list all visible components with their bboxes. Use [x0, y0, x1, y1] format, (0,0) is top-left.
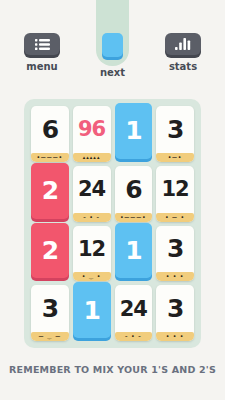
tile-r1c3-value-1[interactable]: 1: [115, 103, 153, 159]
tile-face-strip: •———•: [31, 153, 69, 162]
tile-face-strip: ▴▴▴▴▴: [73, 153, 111, 162]
tile-grid: 6•———•96▴▴▴▴▴13•—•224– • –6•———•12• — •2…: [31, 106, 194, 341]
tile-r3c3-value-1[interactable]: 1: [115, 223, 153, 279]
tile-r3c4-value-3[interactable]: 3• • •: [156, 226, 194, 282]
tile-r4c1-value-3[interactable]: 3— ‿ —: [31, 285, 69, 341]
tile-number: 1: [73, 282, 111, 338]
tile-number: 24: [115, 285, 153, 332]
tile-face-strip: • • •: [156, 332, 194, 341]
tile-face-strip: — ‿ —: [31, 332, 69, 341]
tile-face-strip: •—•: [156, 153, 194, 162]
stats-button[interactable]: [165, 33, 201, 55]
stats-button-label: stats: [165, 61, 201, 72]
tile-number: 2: [31, 223, 69, 279]
tile-r3c1-value-2[interactable]: 2: [31, 223, 69, 279]
tile-number: 24: [73, 166, 111, 213]
tile-number: 1: [115, 223, 153, 279]
tile-number: 96: [73, 106, 111, 153]
tile-r2c2-value-24[interactable]: 24– • –: [73, 166, 111, 222]
next-card-column: [96, 0, 129, 66]
menu-button-label: menu: [24, 61, 60, 72]
tile-face-strip: – • –: [115, 332, 153, 341]
next-card-tile: [102, 33, 123, 57]
tile-face-strip: • ‿ •: [73, 272, 111, 281]
bar-chart-icon: [175, 38, 192, 50]
game-board[interactable]: 6•———•96▴▴▴▴▴13•—•224– • –6•———•12• — •2…: [24, 99, 201, 348]
tile-number: 3: [156, 106, 194, 153]
menu-button[interactable]: [24, 33, 60, 55]
tile-r4c3-value-24[interactable]: 24– • –: [115, 285, 153, 341]
tile-r2c4-value-12[interactable]: 12• — •: [156, 166, 194, 222]
tile-r2c3-value-6[interactable]: 6•———•: [115, 166, 153, 222]
tile-number: 12: [73, 226, 111, 273]
tile-r3c2-value-12[interactable]: 12• ‿ •: [73, 226, 111, 282]
tile-face-strip: – • –: [73, 213, 111, 222]
tile-r1c1-value-6[interactable]: 6•———•: [31, 106, 69, 162]
tile-number: 12: [156, 166, 194, 213]
tile-number: 6: [115, 166, 153, 213]
tile-number: 3: [31, 285, 69, 332]
tile-r2c1-value-2[interactable]: 2: [31, 163, 69, 219]
hint-text: REMEMBER TO MIX YOUR 1'S AND 2'S: [0, 364, 225, 375]
list-menu-icon: [35, 39, 50, 50]
tile-face-strip: •———•: [115, 213, 153, 222]
tile-face-strip: • — •: [156, 213, 194, 222]
tile-number: 3: [156, 285, 194, 332]
next-label: next: [86, 67, 139, 78]
tile-number: 3: [156, 226, 194, 273]
tile-number: 1: [115, 103, 153, 159]
tile-number: 2: [31, 163, 69, 219]
tile-r4c4-value-3[interactable]: 3• • •: [156, 285, 194, 341]
tile-r1c2-value-96[interactable]: 96▴▴▴▴▴: [73, 106, 111, 162]
tile-r4c2-value-1[interactable]: 1: [73, 282, 111, 338]
tile-r1c4-value-3[interactable]: 3•—•: [156, 106, 194, 162]
tile-number: 6: [31, 106, 69, 153]
tile-face-strip: • • •: [156, 272, 194, 281]
